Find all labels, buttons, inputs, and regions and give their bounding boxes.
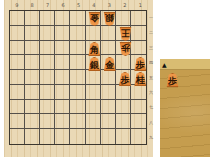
board-square-6-3[interactable] (55, 41, 70, 56)
board-square-9-3[interactable] (10, 41, 25, 56)
komadai-sente: ▲ 歩 (160, 59, 210, 157)
shogi-board: 987654321 金銀王角歩銀金歩歩桂 一二三四五六七八九 (4, 0, 153, 157)
board-square-4-6[interactable] (86, 85, 101, 100)
piece-kanji: 歩 (166, 75, 179, 87)
board-square-6-4[interactable] (55, 55, 70, 70)
board-square-8-3[interactable] (25, 41, 40, 56)
board-square-8-6[interactable] (25, 85, 40, 100)
board-square-4-7[interactable] (86, 100, 101, 115)
board-square-5-2[interactable] (70, 26, 85, 41)
rank-label: 八 (148, 116, 153, 130)
board-square-6-8[interactable] (55, 114, 70, 129)
board-square-3-2[interactable] (101, 26, 116, 41)
board-square-8-9[interactable] (25, 129, 40, 144)
board-square-7-1[interactable] (40, 11, 55, 26)
board-square-2-4[interactable] (116, 55, 131, 70)
hand-piece-歩[interactable]: 歩 (166, 73, 179, 87)
board-square-7-3[interactable] (40, 41, 55, 56)
board-square-2-8[interactable] (116, 114, 131, 129)
board-square-6-9[interactable] (55, 129, 70, 144)
rank-label: 三 (148, 41, 153, 55)
board-square-5-5[interactable] (70, 70, 85, 85)
board-square-8-2[interactable] (25, 26, 40, 41)
board-square-5-7[interactable] (70, 100, 85, 115)
rank-labels: 一二三四五六七八九 (148, 10, 154, 145)
board-square-3-8[interactable] (101, 114, 116, 129)
rank-label: 二 (148, 26, 153, 40)
file-label: 1 (133, 1, 148, 9)
board-square-2-7[interactable] (116, 100, 131, 115)
board-square-9-8[interactable] (10, 114, 25, 129)
komadai-header: ▲ (160, 59, 210, 70)
board-grid: 金銀王角歩銀金歩歩桂 (9, 10, 147, 145)
board-square-9-5[interactable] (10, 70, 25, 85)
board-square-3-6[interactable] (101, 85, 116, 100)
board-square-9-2[interactable] (10, 26, 25, 41)
board-square-6-1[interactable] (55, 11, 70, 26)
rank-label: 四 (148, 56, 153, 70)
board-square-1-8[interactable] (131, 114, 146, 129)
board-square-5-4[interactable] (70, 55, 85, 70)
board-square-1-6[interactable] (131, 85, 146, 100)
board-square-8-4[interactable] (25, 55, 40, 70)
board-square-2-9[interactable] (116, 129, 131, 144)
board-square-8-8[interactable] (25, 114, 40, 129)
board-square-4-5[interactable] (86, 70, 101, 85)
board-square-3-7[interactable] (101, 100, 116, 115)
board-square-7-2[interactable] (40, 26, 55, 41)
board-square-7-4[interactable] (40, 55, 55, 70)
rank-label: 九 (148, 131, 153, 145)
board-square-9-9[interactable] (10, 129, 25, 144)
rank-label: 七 (148, 101, 153, 115)
board-square-1-1[interactable] (131, 11, 146, 26)
board-square-2-1[interactable] (116, 11, 131, 26)
board-square-8-5[interactable] (25, 70, 40, 85)
board-square-9-1[interactable] (10, 11, 25, 26)
rank-label: 一 (148, 11, 153, 25)
board-square-1-3[interactable] (131, 41, 146, 56)
board-square-7-7[interactable] (40, 100, 55, 115)
komadai-pieces: 歩 (160, 70, 210, 157)
board-square-7-9[interactable] (40, 129, 55, 144)
board-square-3-3[interactable] (101, 41, 116, 56)
file-label: 7 (40, 1, 55, 9)
board-square-5-3[interactable] (70, 41, 85, 56)
board-square-4-9[interactable] (86, 129, 101, 144)
rank-label: 五 (148, 71, 153, 85)
board-square-7-8[interactable] (40, 114, 55, 129)
file-label: 9 (9, 1, 24, 9)
board-square-9-4[interactable] (10, 55, 25, 70)
board-square-7-5[interactable] (40, 70, 55, 85)
file-labels: 987654321 (9, 1, 148, 9)
board-square-6-5[interactable] (55, 70, 70, 85)
board-square-8-7[interactable] (25, 100, 40, 115)
board-square-4-2[interactable] (86, 26, 101, 41)
board-square-9-6[interactable] (10, 85, 25, 100)
rank-label: 六 (148, 86, 153, 100)
board-square-7-6[interactable] (40, 85, 55, 100)
board-square-5-8[interactable] (70, 114, 85, 129)
sente-marker-icon: ▲ (162, 59, 167, 70)
board-square-1-9[interactable] (131, 129, 146, 144)
file-label: 5 (71, 1, 86, 9)
file-label: 2 (117, 1, 132, 9)
board-square-9-7[interactable] (10, 100, 25, 115)
board-square-8-1[interactable] (25, 11, 40, 26)
board-square-6-2[interactable] (55, 26, 70, 41)
board-square-5-1[interactable] (70, 11, 85, 26)
board-square-4-8[interactable] (86, 114, 101, 129)
board-square-1-7[interactable] (131, 100, 146, 115)
file-label: 6 (55, 1, 70, 9)
board-square-3-9[interactable] (101, 129, 116, 144)
board-square-1-2[interactable] (131, 26, 146, 41)
board-square-5-9[interactable] (70, 129, 85, 144)
board-square-3-5[interactable] (101, 70, 116, 85)
board-square-6-7[interactable] (55, 100, 70, 115)
file-label: 3 (102, 1, 117, 9)
board-square-5-6[interactable] (70, 85, 85, 100)
file-label: 4 (86, 1, 101, 9)
board-square-6-6[interactable] (55, 85, 70, 100)
file-label: 8 (24, 1, 39, 9)
board-square-2-6[interactable] (116, 85, 131, 100)
